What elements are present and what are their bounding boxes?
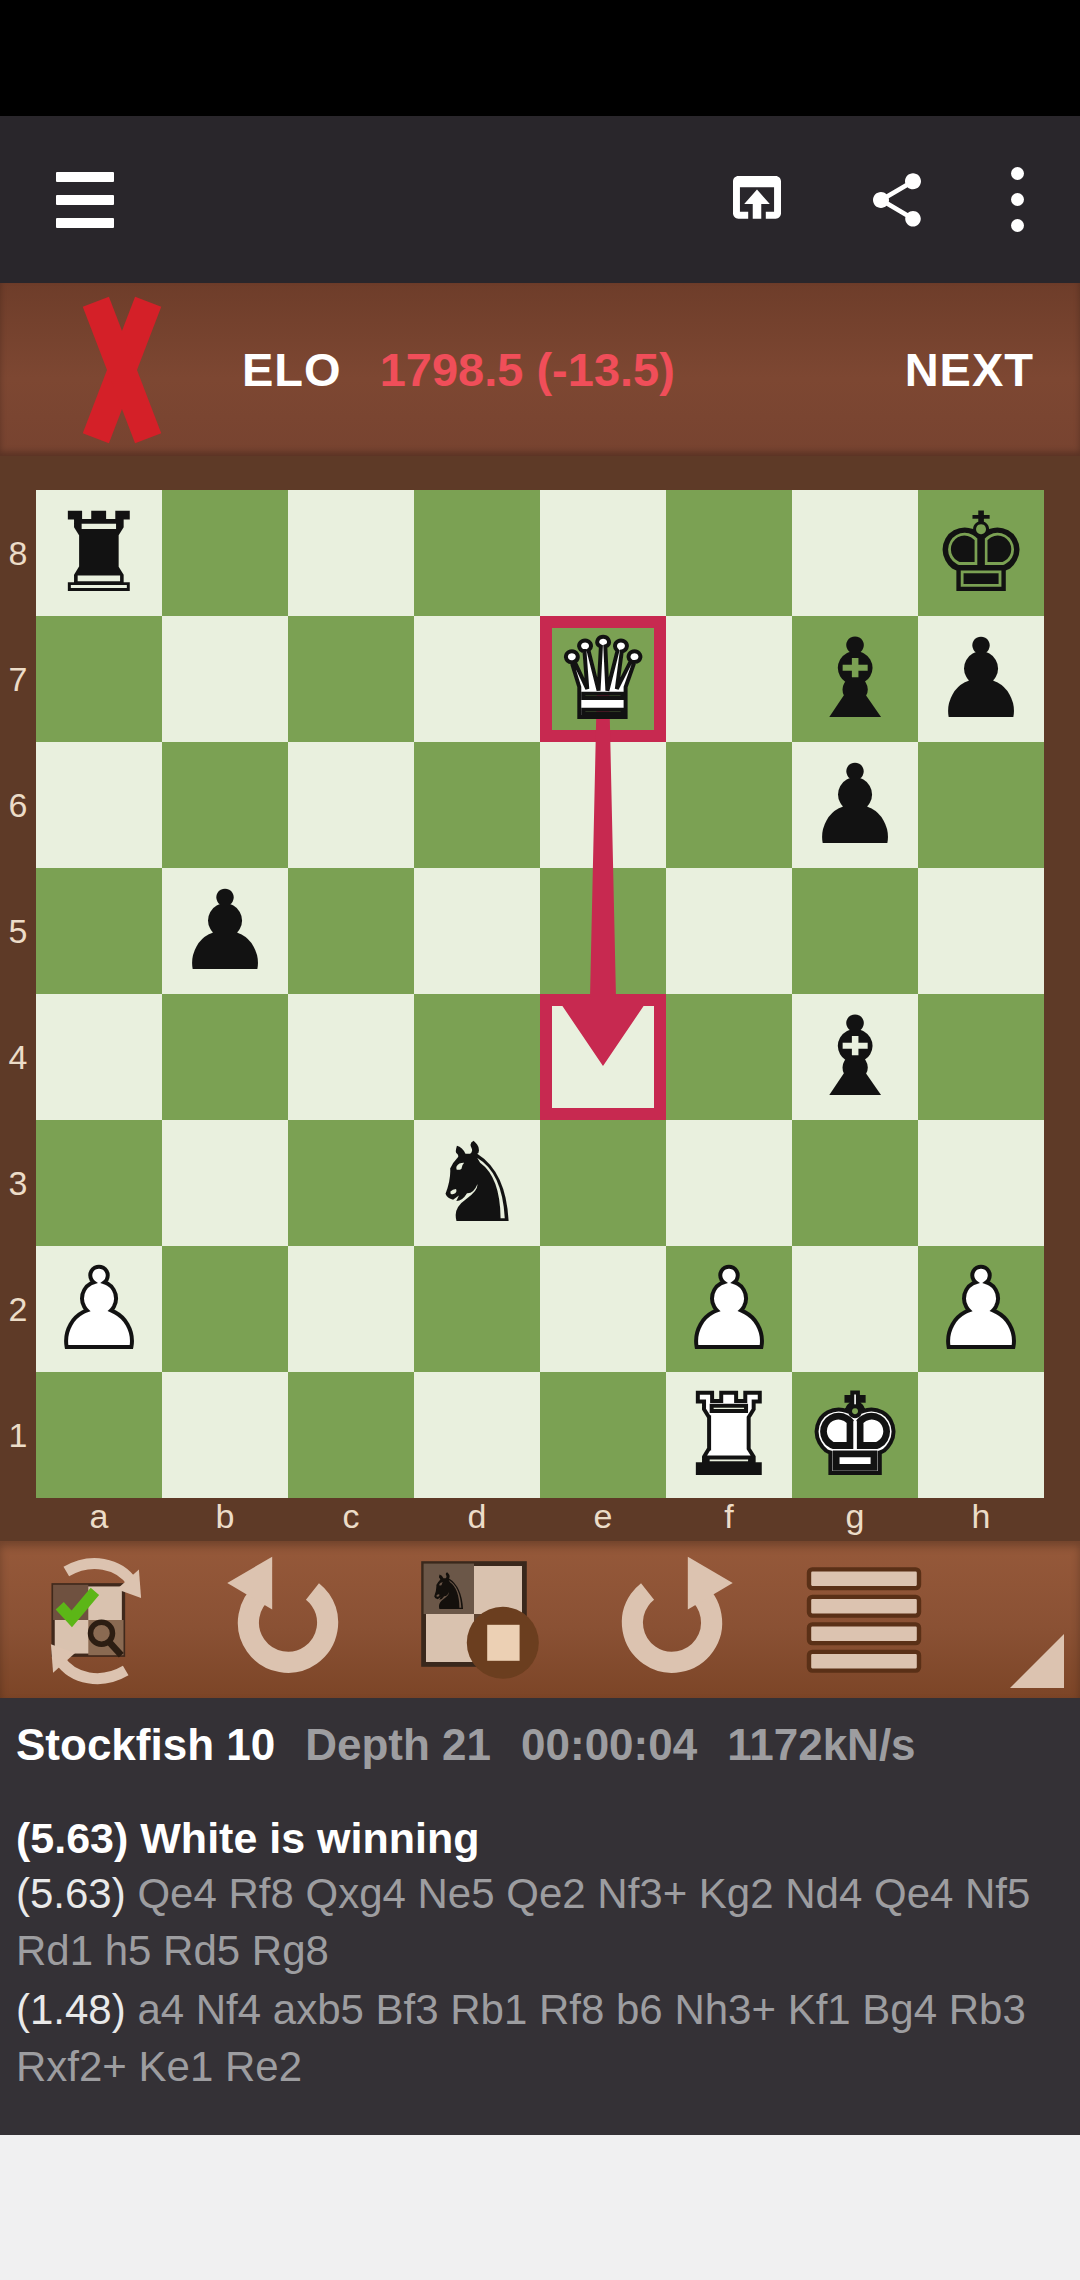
square-f3[interactable] bbox=[666, 1120, 792, 1246]
piece-white-e7[interactable]: ♛ bbox=[540, 616, 666, 742]
square-d7[interactable] bbox=[414, 616, 540, 742]
screen: ELO 1798.5 (-13.5) NEXT 87654321 ♜♚♛♝♟♟♟… bbox=[0, 0, 1080, 2280]
board-area: 87654321 ♜♚♛♝♟♟♟♝♞♟♟♟♜♚ abcdefgh bbox=[0, 456, 1080, 1541]
square-h8[interactable]: ♚ bbox=[918, 490, 1044, 616]
rank-label-7: 7 bbox=[0, 616, 36, 742]
square-b4[interactable] bbox=[162, 994, 288, 1120]
analysis-toggle-icon[interactable] bbox=[30, 1554, 162, 1686]
rank-label-1: 1 bbox=[0, 1372, 36, 1498]
square-e8[interactable] bbox=[540, 490, 666, 616]
engine-status: Stockfish 10 Depth 21 00:00:04 1172kN/s bbox=[16, 1720, 1064, 1770]
square-c7[interactable] bbox=[288, 616, 414, 742]
square-c8[interactable] bbox=[288, 490, 414, 616]
piece-black-h8[interactable]: ♚ bbox=[918, 490, 1044, 616]
square-b2[interactable] bbox=[162, 1246, 288, 1372]
square-a8[interactable]: ♜ bbox=[36, 490, 162, 616]
svg-text:♞: ♞ bbox=[426, 1562, 471, 1621]
square-b7[interactable] bbox=[162, 616, 288, 742]
square-h2[interactable]: ♟ bbox=[918, 1246, 1044, 1372]
square-a5[interactable] bbox=[36, 868, 162, 994]
piece-black-g4[interactable]: ♝ bbox=[792, 994, 918, 1120]
square-f4[interactable] bbox=[666, 994, 792, 1120]
file-label-a: a bbox=[36, 1498, 162, 1541]
footer-area bbox=[0, 2135, 1080, 2280]
rank-labels: 87654321 bbox=[0, 490, 36, 1498]
square-e3[interactable] bbox=[540, 1120, 666, 1246]
square-g5[interactable] bbox=[792, 868, 918, 994]
piece-black-b5[interactable]: ♟ bbox=[162, 868, 288, 994]
square-f2[interactable]: ♟ bbox=[666, 1246, 792, 1372]
chess-board: ♜♚♛♝♟♟♟♝♞♟♟♟♜♚ bbox=[36, 490, 1044, 1498]
square-h4[interactable] bbox=[918, 994, 1044, 1120]
piece-white-a2[interactable]: ♟ bbox=[36, 1246, 162, 1372]
engine-assessment: (5.63) White is winning bbox=[16, 1814, 1064, 1863]
file-label-f: f bbox=[666, 1498, 792, 1541]
square-g2[interactable] bbox=[792, 1246, 918, 1372]
resize-handle-icon[interactable] bbox=[1010, 1634, 1064, 1688]
file-label-e: e bbox=[540, 1498, 666, 1541]
game-toolbar: ♞ bbox=[0, 1541, 1080, 1698]
square-b5[interactable]: ♟ bbox=[162, 868, 288, 994]
redo-icon[interactable] bbox=[606, 1554, 738, 1686]
piece-black-g6[interactable]: ♟ bbox=[792, 742, 918, 868]
engine-time: 00:00:04 bbox=[521, 1720, 697, 1770]
app-toolbar bbox=[0, 116, 1080, 283]
moves-list-icon[interactable] bbox=[798, 1554, 930, 1686]
file-label-d: d bbox=[414, 1498, 540, 1541]
square-g6[interactable]: ♟ bbox=[792, 742, 918, 868]
piece-black-a8[interactable]: ♜ bbox=[36, 490, 162, 616]
square-h6[interactable] bbox=[918, 742, 1044, 868]
engine-line-2: (1.48) a4 Nf4 axb5 Bf3 Rb1 Rf8 b6 Nh3+ K… bbox=[16, 1981, 1064, 2095]
square-e2[interactable] bbox=[540, 1246, 666, 1372]
engine-speed: 1172kN/s bbox=[727, 1720, 915, 1770]
square-d3[interactable]: ♞ bbox=[414, 1120, 540, 1246]
square-g7[interactable]: ♝ bbox=[792, 616, 918, 742]
piece-white-f1[interactable]: ♜ bbox=[666, 1372, 792, 1498]
rank-label-3: 3 bbox=[0, 1120, 36, 1246]
square-g3[interactable] bbox=[792, 1120, 918, 1246]
piece-black-g7[interactable]: ♝ bbox=[792, 616, 918, 742]
close-icon[interactable] bbox=[74, 300, 170, 440]
piece-white-h2[interactable]: ♟ bbox=[918, 1246, 1044, 1372]
rank-label-2: 2 bbox=[0, 1246, 36, 1372]
square-c1[interactable] bbox=[288, 1372, 414, 1498]
engine-panel: Stockfish 10 Depth 21 00:00:04 1172kN/s … bbox=[0, 1698, 1080, 2135]
rank-label-8: 8 bbox=[0, 490, 36, 616]
square-a2[interactable]: ♟ bbox=[36, 1246, 162, 1372]
square-f6[interactable] bbox=[666, 742, 792, 868]
piece-black-d3[interactable]: ♞ bbox=[414, 1120, 540, 1246]
square-g1[interactable]: ♚ bbox=[792, 1372, 918, 1498]
square-b3[interactable] bbox=[162, 1120, 288, 1246]
square-d6[interactable] bbox=[414, 742, 540, 868]
square-c3[interactable] bbox=[288, 1120, 414, 1246]
elo-value: 1798.5 (-13.5) bbox=[380, 342, 675, 397]
square-e5[interactable] bbox=[540, 868, 666, 994]
square-h5[interactable] bbox=[918, 868, 1044, 994]
square-c6[interactable] bbox=[288, 742, 414, 868]
export-board-icon[interactable] bbox=[724, 167, 790, 233]
square-g4[interactable]: ♝ bbox=[792, 994, 918, 1120]
square-f1[interactable]: ♜ bbox=[666, 1372, 792, 1498]
square-f5[interactable] bbox=[666, 868, 792, 994]
square-e1[interactable] bbox=[540, 1372, 666, 1498]
square-h1[interactable] bbox=[918, 1372, 1044, 1498]
engine-line-2-eval: (1.48) bbox=[16, 1986, 126, 2033]
square-g8[interactable] bbox=[792, 490, 918, 616]
rank-label-5: 5 bbox=[0, 868, 36, 994]
square-a1[interactable] bbox=[36, 1372, 162, 1498]
engine-line-1-moves: Qe4 Rf8 Qxg4 Ne5 Qe2 Nf3+ Kg2 Nd4 Qe4 Nf… bbox=[16, 1870, 1030, 1974]
square-b6[interactable] bbox=[162, 742, 288, 868]
square-e4[interactable] bbox=[540, 994, 666, 1120]
file-label-b: b bbox=[162, 1498, 288, 1541]
file-label-h: h bbox=[918, 1498, 1044, 1541]
next-button[interactable]: NEXT bbox=[905, 342, 1034, 397]
engine-line-1-eval: (5.63) bbox=[16, 1870, 126, 1917]
file-label-g: g bbox=[792, 1498, 918, 1541]
share-icon[interactable] bbox=[864, 167, 930, 233]
square-f7[interactable] bbox=[666, 616, 792, 742]
square-d4[interactable] bbox=[414, 994, 540, 1120]
square-c2[interactable] bbox=[288, 1246, 414, 1372]
setup-board-icon[interactable]: ♞ bbox=[414, 1554, 546, 1686]
menu-icon[interactable] bbox=[56, 172, 114, 228]
square-f8[interactable] bbox=[666, 490, 792, 616]
square-b1[interactable] bbox=[162, 1372, 288, 1498]
rank-label-6: 6 bbox=[0, 742, 36, 868]
square-b8[interactable] bbox=[162, 490, 288, 616]
square-a6[interactable] bbox=[36, 742, 162, 868]
square-h3[interactable] bbox=[918, 1120, 1044, 1246]
square-h7[interactable]: ♟ bbox=[918, 616, 1044, 742]
square-a7[interactable] bbox=[36, 616, 162, 742]
engine-name: Stockfish 10 bbox=[16, 1720, 275, 1770]
square-d1[interactable] bbox=[414, 1372, 540, 1498]
piece-white-g1[interactable]: ♚ bbox=[792, 1372, 918, 1498]
undo-icon[interactable] bbox=[222, 1554, 354, 1686]
square-a4[interactable] bbox=[36, 994, 162, 1120]
square-e6[interactable] bbox=[540, 742, 666, 868]
piece-black-h7[interactable]: ♟ bbox=[918, 616, 1044, 742]
square-c5[interactable] bbox=[288, 868, 414, 994]
square-c4[interactable] bbox=[288, 994, 414, 1120]
square-d2[interactable] bbox=[414, 1246, 540, 1372]
board-grid: ♜♚♛♝♟♟♟♝♞♟♟♟♜♚ bbox=[36, 490, 1044, 1498]
square-d8[interactable] bbox=[414, 490, 540, 616]
engine-line-2-moves: a4 Nf4 axb5 Bf3 Rb1 Rf8 b6 Nh3+ Kf1 Bg4 … bbox=[16, 1986, 1026, 2090]
rank-label-4: 4 bbox=[0, 994, 36, 1120]
square-a3[interactable] bbox=[36, 1120, 162, 1246]
file-labels: abcdefgh bbox=[36, 1498, 1044, 1541]
overflow-menu-icon[interactable] bbox=[1004, 167, 1030, 232]
engine-line-1: (5.63) Qe4 Rf8 Qxg4 Ne5 Qe2 Nf3+ Kg2 Nd4… bbox=[16, 1865, 1064, 1979]
engine-depth: Depth 21 bbox=[305, 1720, 491, 1770]
square-d5[interactable] bbox=[414, 868, 540, 994]
file-label-c: c bbox=[288, 1498, 414, 1541]
piece-white-f2[interactable]: ♟ bbox=[666, 1246, 792, 1372]
status-bar bbox=[0, 0, 1080, 116]
puzzle-banner: ELO 1798.5 (-13.5) NEXT bbox=[0, 283, 1080, 456]
elo-label: ELO bbox=[242, 342, 342, 397]
square-e7[interactable]: ♛ bbox=[540, 616, 666, 742]
